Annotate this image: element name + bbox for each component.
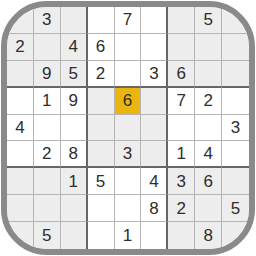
- cell-r7c7[interactable]: 3: [168, 168, 195, 195]
- cell-r5c9[interactable]: 3: [222, 115, 249, 142]
- cell-r1c8[interactable]: 5: [195, 7, 222, 34]
- cell-r5c6[interactable]: [141, 115, 168, 142]
- cell-r4c3[interactable]: 9: [61, 88, 88, 115]
- cell-r7c2[interactable]: [34, 168, 61, 195]
- cell-r6c2[interactable]: 2: [34, 141, 61, 168]
- cell-r4c9[interactable]: [222, 88, 249, 115]
- cell-r9c5[interactable]: 1: [115, 222, 142, 249]
- cell-r7c8[interactable]: 6: [195, 168, 222, 195]
- cell-r5c1[interactable]: 4: [7, 115, 34, 142]
- cell-r8c9[interactable]: 5: [222, 195, 249, 222]
- cell-r4c4[interactable]: [88, 88, 115, 115]
- sudoku-board-frame: 3752469523619672432831415436825518: [1, 1, 255, 255]
- cell-r5c4[interactable]: [88, 115, 115, 142]
- cell-r2c7[interactable]: [168, 34, 195, 61]
- cell-r2c9[interactable]: [222, 34, 249, 61]
- cell-r1c9[interactable]: [222, 7, 249, 34]
- cell-r9c8[interactable]: 8: [195, 222, 222, 249]
- cell-r5c7[interactable]: [168, 115, 195, 142]
- cell-r7c9[interactable]: [222, 168, 249, 195]
- cell-r3c9[interactable]: [222, 61, 249, 88]
- cell-r3c8[interactable]: [195, 61, 222, 88]
- cell-r1c6[interactable]: [141, 7, 168, 34]
- cell-r6c5[interactable]: 3: [115, 141, 142, 168]
- cell-r6c9[interactable]: [222, 141, 249, 168]
- cell-r3c1[interactable]: [7, 61, 34, 88]
- cell-r1c2[interactable]: 3: [34, 7, 61, 34]
- cell-r5c2[interactable]: [34, 115, 61, 142]
- cell-r7c5[interactable]: [115, 168, 142, 195]
- cell-r8c6[interactable]: 8: [141, 195, 168, 222]
- cell-r6c7[interactable]: 1: [168, 141, 195, 168]
- cell-r7c3[interactable]: 1: [61, 168, 88, 195]
- cell-r3c6[interactable]: 3: [141, 61, 168, 88]
- cell-r1c3[interactable]: [61, 7, 88, 34]
- cell-r9c3[interactable]: [61, 222, 88, 249]
- cell-r2c4[interactable]: 6: [88, 34, 115, 61]
- cell-r8c4[interactable]: [88, 195, 115, 222]
- cell-r5c8[interactable]: [195, 115, 222, 142]
- cell-r3c5[interactable]: [115, 61, 142, 88]
- cell-r4c7[interactable]: 7: [168, 88, 195, 115]
- cell-r1c5[interactable]: 7: [115, 7, 142, 34]
- cell-r3c2[interactable]: 9: [34, 61, 61, 88]
- cell-r6c8[interactable]: 4: [195, 141, 222, 168]
- cell-r8c8[interactable]: [195, 195, 222, 222]
- cell-r2c3[interactable]: 4: [61, 34, 88, 61]
- cell-r8c5[interactable]: [115, 195, 142, 222]
- cell-r6c3[interactable]: 8: [61, 141, 88, 168]
- cell-r9c4[interactable]: [88, 222, 115, 249]
- cell-r2c8[interactable]: [195, 34, 222, 61]
- cell-r4c6[interactable]: [141, 88, 168, 115]
- cell-r1c4[interactable]: [88, 7, 115, 34]
- cell-r1c7[interactable]: [168, 7, 195, 34]
- cell-r8c3[interactable]: [61, 195, 88, 222]
- cell-r6c4[interactable]: [88, 141, 115, 168]
- cell-r2c5[interactable]: [115, 34, 142, 61]
- cell-r3c7[interactable]: 6: [168, 61, 195, 88]
- cell-r8c2[interactable]: [34, 195, 61, 222]
- cell-r3c3[interactable]: 5: [61, 61, 88, 88]
- cell-r9c1[interactable]: [7, 222, 34, 249]
- cell-r6c1[interactable]: [7, 141, 34, 168]
- cell-r3c4[interactable]: 2: [88, 61, 115, 88]
- cell-r9c9[interactable]: [222, 222, 249, 249]
- cell-r9c2[interactable]: 5: [34, 222, 61, 249]
- cell-r2c2[interactable]: [34, 34, 61, 61]
- cell-r9c6[interactable]: [141, 222, 168, 249]
- cell-r7c6[interactable]: 4: [141, 168, 168, 195]
- cell-r4c1[interactable]: [7, 88, 34, 115]
- cell-r4c8[interactable]: 2: [195, 88, 222, 115]
- cell-r4c5[interactable]: 6: [115, 88, 142, 115]
- cell-r8c7[interactable]: 2: [168, 195, 195, 222]
- cell-r2c6[interactable]: [141, 34, 168, 61]
- cell-r4c2[interactable]: 1: [34, 88, 61, 115]
- cell-r5c3[interactable]: [61, 115, 88, 142]
- cell-r1c1[interactable]: [7, 7, 34, 34]
- cell-r7c1[interactable]: [7, 168, 34, 195]
- cell-r7c4[interactable]: 5: [88, 168, 115, 195]
- cell-r6c6[interactable]: [141, 141, 168, 168]
- sudoku-grid: 3752469523619672432831415436825518: [7, 7, 249, 249]
- cell-r8c1[interactable]: [7, 195, 34, 222]
- cell-r2c1[interactable]: 2: [7, 34, 34, 61]
- cell-r5c5[interactable]: [115, 115, 142, 142]
- cell-r9c7[interactable]: [168, 222, 195, 249]
